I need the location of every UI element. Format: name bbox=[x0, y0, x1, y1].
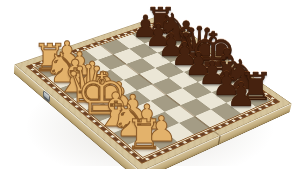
square-h4[interactable] bbox=[179, 116, 210, 134]
metal-clasp-icon bbox=[44, 92, 50, 102]
piece-black-pawn[interactable]: ♟ bbox=[226, 79, 255, 112]
fold-seam-edge bbox=[218, 135, 221, 145]
square-f5[interactable] bbox=[167, 88, 197, 105]
product-photo-stage: ♜♞♝♛♚♝♞♜♟♟♟♟♟♟♟♟♟♟♟♟♟♟♟♟♜♞♝♛♚♝♞♜ bbox=[0, 0, 300, 169]
square-h5[interactable] bbox=[195, 109, 226, 127]
square-g5[interactable] bbox=[181, 99, 211, 116]
piece-white-rook[interactable]: ♜ bbox=[125, 114, 163, 156]
